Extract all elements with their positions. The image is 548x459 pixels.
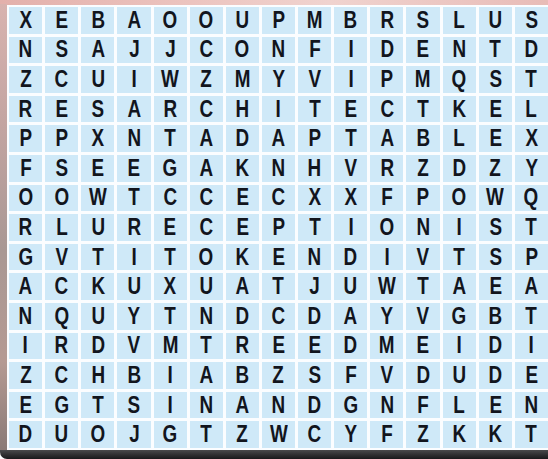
grid-cell[interactable]: E bbox=[406, 37, 439, 64]
grid-cell[interactable]: T bbox=[154, 244, 187, 271]
grid-cell[interactable]: T bbox=[81, 392, 114, 419]
cell-letter: B bbox=[236, 364, 250, 387]
cell-letter: F bbox=[417, 394, 429, 417]
grid-cell[interactable]: P bbox=[370, 66, 403, 93]
cell-letter: D bbox=[236, 127, 250, 150]
grid-cell[interactable]: E bbox=[479, 392, 512, 419]
grid-cell[interactable]: O bbox=[190, 244, 223, 271]
grid-cell[interactable]: N bbox=[190, 392, 223, 419]
grid-cell[interactable]: Z bbox=[9, 362, 42, 389]
grid-cell[interactable]: W bbox=[370, 273, 403, 300]
cell-letter: M bbox=[415, 68, 431, 91]
grid-cell[interactable]: T bbox=[117, 185, 150, 212]
grid-cell[interactable]: I bbox=[443, 214, 476, 241]
grid-cell[interactable]: I bbox=[334, 66, 367, 93]
grid-cell[interactable]: H bbox=[81, 362, 114, 389]
grid-cell[interactable]: M bbox=[154, 333, 187, 360]
grid-cell[interactable]: H bbox=[298, 155, 331, 182]
cell-letter: I bbox=[348, 216, 353, 239]
cell-letter: U bbox=[452, 364, 466, 387]
cell-letter: T bbox=[526, 216, 538, 239]
grid-cell[interactable]: H bbox=[226, 96, 259, 123]
grid-cell[interactable]: C bbox=[190, 96, 223, 123]
grid-cell[interactable]: P bbox=[262, 7, 295, 34]
grid-cell[interactable]: U bbox=[190, 273, 223, 300]
cell-letter: N bbox=[416, 216, 430, 239]
grid-cell[interactable]: M bbox=[406, 66, 439, 93]
grid-cell[interactable]: K bbox=[443, 96, 476, 123]
grid-cell[interactable]: R bbox=[9, 96, 42, 123]
grid-cell[interactable]: T bbox=[81, 244, 114, 271]
grid-cell[interactable]: U bbox=[226, 7, 259, 34]
grid-cell[interactable]: O bbox=[81, 421, 114, 448]
grid-cell[interactable]: I bbox=[117, 244, 150, 271]
grid-cell[interactable]: B bbox=[479, 303, 512, 330]
grid-cell[interactable]: D bbox=[406, 362, 439, 389]
cell-letter: T bbox=[164, 127, 176, 150]
grid-cell[interactable]: O bbox=[443, 185, 476, 212]
grid-cell[interactable]: L bbox=[45, 214, 78, 241]
cell-letter: H bbox=[308, 157, 322, 180]
grid-cell[interactable]: I bbox=[334, 37, 367, 64]
grid-cell[interactable]: T bbox=[515, 214, 548, 241]
cell-letter: G bbox=[18, 246, 33, 269]
cell-letter: E bbox=[308, 334, 321, 357]
grid-cell[interactable]: S bbox=[45, 37, 78, 64]
grid-cell[interactable]: D bbox=[515, 37, 548, 64]
grid-cell[interactable]: T bbox=[190, 421, 223, 448]
grid-cell[interactable]: O bbox=[190, 7, 223, 34]
grid-cell[interactable]: E bbox=[117, 155, 150, 182]
grid-cell[interactable]: Y bbox=[262, 66, 295, 93]
grid-cell[interactable]: E bbox=[9, 392, 42, 419]
grid-cell[interactable]: P bbox=[298, 125, 331, 152]
grid-cell[interactable]: X bbox=[9, 7, 42, 34]
grid-cell[interactable]: T bbox=[190, 333, 223, 360]
grid-cell[interactable]: N bbox=[370, 392, 403, 419]
grid-cell[interactable]: V bbox=[117, 333, 150, 360]
grid-cell[interactable]: S bbox=[117, 392, 150, 419]
cell-letter: S bbox=[128, 394, 141, 417]
grid-cell[interactable]: L bbox=[443, 392, 476, 419]
grid-cell[interactable]: C bbox=[45, 362, 78, 389]
cell-letter: Z bbox=[200, 68, 212, 91]
grid-cell[interactable]: T bbox=[479, 37, 512, 64]
grid-cell[interactable]: U bbox=[45, 421, 78, 448]
cell-letter: I bbox=[457, 334, 462, 357]
grid-cell[interactable]: F bbox=[9, 155, 42, 182]
cell-letter: C bbox=[55, 68, 69, 91]
grid-cell[interactable]: G bbox=[45, 392, 78, 419]
grid-cell[interactable]: Z bbox=[9, 66, 42, 93]
grid-cell[interactable]: U bbox=[117, 273, 150, 300]
grid-cell[interactable]: N bbox=[9, 303, 42, 330]
cell-letter: Z bbox=[417, 423, 429, 446]
grid-cell[interactable]: N bbox=[298, 244, 331, 271]
grid-cell[interactable]: X bbox=[81, 125, 114, 152]
cell-letter: S bbox=[489, 216, 502, 239]
grid-cell[interactable]: X bbox=[515, 125, 548, 152]
grid-cell[interactable]: A bbox=[226, 392, 259, 419]
cell-letter: I bbox=[131, 246, 136, 269]
grid-cell[interactable]: W bbox=[262, 421, 295, 448]
grid-cell[interactable]: F bbox=[370, 185, 403, 212]
cell-letter: N bbox=[272, 157, 286, 180]
grid-cell[interactable]: U bbox=[81, 214, 114, 241]
grid-cell[interactable]: E bbox=[479, 273, 512, 300]
cell-letter: Y bbox=[344, 423, 357, 446]
grid-cell[interactable]: T bbox=[262, 273, 295, 300]
grid-cell[interactable]: S bbox=[406, 7, 439, 34]
cell-letter: T bbox=[417, 275, 429, 298]
grid-cell[interactable]: R bbox=[226, 333, 259, 360]
cell-letter: I bbox=[348, 68, 353, 91]
grid-cell[interactable]: N bbox=[262, 37, 295, 64]
grid-cell[interactable]: I bbox=[117, 66, 150, 93]
grid-cell[interactable]: A bbox=[190, 155, 223, 182]
grid-cell[interactable]: V bbox=[370, 362, 403, 389]
grid-cell[interactable]: J bbox=[117, 37, 150, 64]
photo-edge-bottom bbox=[0, 450, 548, 459]
grid-cell[interactable]: T bbox=[298, 96, 331, 123]
grid-cell[interactable]: D bbox=[370, 37, 403, 64]
grid-cell[interactable]: E bbox=[81, 155, 114, 182]
grid-cell[interactable]: O bbox=[226, 37, 259, 64]
grid-cell[interactable]: C bbox=[262, 185, 295, 212]
grid-cell[interactable]: T bbox=[515, 66, 548, 93]
grid-cell[interactable]: D bbox=[443, 155, 476, 182]
grid-cell[interactable]: T bbox=[443, 244, 476, 271]
grid-cell[interactable]: N bbox=[262, 392, 295, 419]
grid-cell[interactable]: O bbox=[370, 214, 403, 241]
grid-cell[interactable]: V bbox=[298, 66, 331, 93]
grid-cell[interactable]: E bbox=[154, 214, 187, 241]
cell-letter: V bbox=[417, 246, 430, 269]
cell-letter: D bbox=[416, 364, 430, 387]
grid-cell[interactable]: Y bbox=[334, 421, 367, 448]
grid-cell[interactable]: K bbox=[81, 273, 114, 300]
grid-cell[interactable]: T bbox=[515, 303, 548, 330]
grid-cell[interactable]: R bbox=[9, 214, 42, 241]
grid-cell[interactable]: E bbox=[226, 214, 259, 241]
grid-cell[interactable]: R bbox=[45, 333, 78, 360]
grid-cell[interactable]: T bbox=[154, 303, 187, 330]
cell-letter: X bbox=[525, 127, 538, 150]
grid-cell[interactable]: B bbox=[406, 125, 439, 152]
grid-cell[interactable]: N bbox=[262, 155, 295, 182]
grid-cell[interactable]: D bbox=[479, 333, 512, 360]
grid-cell[interactable]: E bbox=[45, 7, 78, 34]
grid-cell[interactable]: L bbox=[443, 7, 476, 34]
grid-cell[interactable]: R bbox=[370, 7, 403, 34]
grid-cell[interactable]: L bbox=[443, 125, 476, 152]
grid-cell[interactable]: V bbox=[406, 244, 439, 271]
grid-cell[interactable]: K bbox=[479, 421, 512, 448]
grid-cell[interactable]: S bbox=[479, 244, 512, 271]
cell-letter: T bbox=[200, 334, 212, 357]
grid-cell[interactable]: D bbox=[334, 333, 367, 360]
grid-cell[interactable]: D bbox=[9, 421, 42, 448]
cell-letter: Q bbox=[54, 305, 69, 328]
cell-letter: J bbox=[309, 275, 319, 298]
grid-cell[interactable]: I bbox=[443, 333, 476, 360]
grid-cell[interactable]: J bbox=[298, 273, 331, 300]
grid-cell[interactable]: Q bbox=[443, 66, 476, 93]
cell-letter: C bbox=[199, 98, 213, 121]
grid-cell[interactable]: I bbox=[154, 392, 187, 419]
grid-cell[interactable]: K bbox=[226, 155, 259, 182]
cell-letter: G bbox=[54, 394, 69, 417]
grid-cell[interactable]: F bbox=[334, 362, 367, 389]
grid-cell[interactable]: P bbox=[406, 185, 439, 212]
grid-cell[interactable]: C bbox=[154, 185, 187, 212]
grid-cell[interactable]: Z bbox=[226, 421, 259, 448]
grid-cell[interactable]: I bbox=[515, 333, 548, 360]
grid-cell[interactable]: A bbox=[226, 273, 259, 300]
grid-cell[interactable]: E bbox=[406, 333, 439, 360]
photo-edge-left bbox=[0, 4, 7, 451]
grid-cell[interactable]: Z bbox=[262, 362, 295, 389]
cell-letter: E bbox=[489, 98, 502, 121]
cell-letter: X bbox=[92, 127, 105, 150]
grid-cell[interactable]: O bbox=[154, 7, 187, 34]
grid-cell[interactable]: A bbox=[117, 7, 150, 34]
grid-cell[interactable]: I bbox=[370, 244, 403, 271]
grid-cell[interactable]: A bbox=[81, 37, 114, 64]
grid-cell[interactable]: U bbox=[334, 273, 367, 300]
cell-letter: I bbox=[348, 38, 353, 61]
grid-cell[interactable]: A bbox=[190, 125, 223, 152]
grid-cell[interactable]: S bbox=[515, 7, 548, 34]
grid-cell[interactable]: S bbox=[298, 362, 331, 389]
grid-cell[interactable]: E bbox=[262, 333, 295, 360]
cell-letter: S bbox=[525, 9, 538, 32]
cell-letter: N bbox=[19, 38, 33, 61]
cell-letter: D bbox=[308, 394, 322, 417]
grid-cell[interactable]: V bbox=[406, 303, 439, 330]
grid-cell[interactable]: F bbox=[406, 392, 439, 419]
grid-cell[interactable]: S bbox=[81, 96, 114, 123]
grid-cell[interactable]: R bbox=[154, 96, 187, 123]
grid-cell[interactable]: E bbox=[479, 96, 512, 123]
grid-cell[interactable]: J bbox=[154, 37, 187, 64]
grid-cell[interactable]: O bbox=[45, 185, 78, 212]
grid-cell[interactable]: I bbox=[334, 214, 367, 241]
grid-cell[interactable]: A bbox=[334, 303, 367, 330]
grid-cell[interactable]: P bbox=[45, 125, 78, 152]
grid-cell[interactable]: D bbox=[298, 303, 331, 330]
grid-cell[interactable]: T bbox=[334, 125, 367, 152]
grid-cell[interactable]: I bbox=[262, 96, 295, 123]
grid-cell[interactable]: G bbox=[334, 392, 367, 419]
grid-cell[interactable]: E bbox=[45, 96, 78, 123]
cell-letter: D bbox=[308, 305, 322, 328]
grid-cell[interactable]: N bbox=[515, 392, 548, 419]
grid-cell[interactable]: B bbox=[226, 362, 259, 389]
cell-letter: T bbox=[526, 305, 538, 328]
grid-cell[interactable]: U bbox=[479, 7, 512, 34]
grid-cell[interactable]: S bbox=[45, 155, 78, 182]
grid-cell[interactable]: P bbox=[262, 214, 295, 241]
grid-cell[interactable]: E bbox=[515, 362, 548, 389]
grid-cell[interactable]: C bbox=[262, 303, 295, 330]
grid-cell[interactable]: D bbox=[81, 333, 114, 360]
grid-cell[interactable]: T bbox=[154, 125, 187, 152]
cell-letter: R bbox=[163, 98, 177, 121]
grid-cell[interactable]: P bbox=[515, 244, 548, 271]
cell-letter: L bbox=[526, 98, 538, 121]
grid-cell[interactable]: D bbox=[226, 303, 259, 330]
grid-cell[interactable]: N bbox=[117, 125, 150, 152]
grid-cell[interactable]: M bbox=[298, 7, 331, 34]
grid-cell[interactable]: E bbox=[226, 185, 259, 212]
cell-letter: R bbox=[19, 98, 33, 121]
grid-cell[interactable]: W bbox=[479, 185, 512, 212]
grid-cell[interactable]: G bbox=[443, 303, 476, 330]
cell-letter: T bbox=[526, 423, 538, 446]
grid-cell[interactable]: C bbox=[370, 96, 403, 123]
cell-letter: W bbox=[89, 186, 107, 209]
cell-letter: O bbox=[199, 246, 214, 269]
grid-cell[interactable]: Y bbox=[515, 155, 548, 182]
grid-cell[interactable]: C bbox=[45, 66, 78, 93]
cell-letter: T bbox=[92, 246, 104, 269]
cell-letter: A bbox=[272, 127, 286, 150]
grid-cell[interactable]: D bbox=[334, 244, 367, 271]
cell-letter: B bbox=[91, 9, 105, 32]
grid-cell[interactable]: A bbox=[262, 125, 295, 152]
cell-letter: Y bbox=[272, 68, 285, 91]
grid-cell[interactable]: A bbox=[190, 362, 223, 389]
cell-letter: R bbox=[127, 216, 141, 239]
grid-cell[interactable]: E bbox=[262, 244, 295, 271]
grid-cell[interactable]: D bbox=[226, 125, 259, 152]
grid-cell[interactable]: E bbox=[479, 125, 512, 152]
cell-letter: B bbox=[488, 305, 502, 328]
grid-cell[interactable]: A bbox=[370, 125, 403, 152]
grid-cell[interactable]: U bbox=[443, 362, 476, 389]
grid-cell[interactable]: B bbox=[117, 362, 150, 389]
grid-cell[interactable]: X bbox=[154, 273, 187, 300]
grid-cell[interactable]: E bbox=[298, 333, 331, 360]
cell-letter: Y bbox=[525, 157, 538, 180]
grid-cell[interactable]: W bbox=[81, 185, 114, 212]
grid-cell[interactable]: P bbox=[9, 125, 42, 152]
grid-cell[interactable]: J bbox=[117, 421, 150, 448]
cell-letter: P bbox=[381, 68, 394, 91]
grid-cell[interactable]: B bbox=[334, 7, 367, 34]
grid-cell[interactable]: W bbox=[154, 66, 187, 93]
cell-letter: P bbox=[272, 9, 285, 32]
cell-letter: N bbox=[199, 305, 213, 328]
grid-cell[interactable]: Q bbox=[515, 185, 548, 212]
cell-letter: O bbox=[199, 9, 214, 32]
grid-cell[interactable]: X bbox=[334, 185, 367, 212]
grid-cell[interactable]: Z bbox=[190, 66, 223, 93]
grid-cell[interactable]: L bbox=[515, 96, 548, 123]
grid-cell[interactable]: Z bbox=[406, 421, 439, 448]
cell-letter: C bbox=[163, 186, 177, 209]
cell-letter: P bbox=[417, 186, 430, 209]
cell-letter: U bbox=[91, 216, 105, 239]
cell-letter: K bbox=[236, 246, 250, 269]
grid-cell[interactable]: T bbox=[406, 96, 439, 123]
grid-cell[interactable]: B bbox=[81, 7, 114, 34]
cell-letter: Z bbox=[417, 157, 429, 180]
grid-cell[interactable]: N bbox=[443, 37, 476, 64]
grid-cell[interactable]: G bbox=[9, 244, 42, 271]
grid-cell[interactable]: X bbox=[298, 185, 331, 212]
grid-cell[interactable]: V bbox=[334, 155, 367, 182]
grid-cell[interactable]: F bbox=[298, 37, 331, 64]
grid-cell[interactable]: Q bbox=[45, 303, 78, 330]
cell-letter: N bbox=[199, 394, 213, 417]
grid-cell[interactable]: Z bbox=[479, 155, 512, 182]
grid-cell[interactable]: N bbox=[190, 303, 223, 330]
cell-letter: P bbox=[19, 127, 32, 150]
grid-cell[interactable]: S bbox=[479, 214, 512, 241]
cell-letter: D bbox=[525, 38, 539, 61]
cell-letter: Q bbox=[452, 68, 467, 91]
grid-cell[interactable]: I bbox=[9, 333, 42, 360]
grid-cell[interactable]: C bbox=[190, 214, 223, 241]
grid-cell[interactable]: I bbox=[154, 362, 187, 389]
grid-cell[interactable]: A bbox=[443, 273, 476, 300]
cell-letter: N bbox=[380, 394, 394, 417]
grid-cell[interactable]: Y bbox=[370, 303, 403, 330]
grid-cell[interactable]: V bbox=[45, 244, 78, 271]
grid-cell[interactable]: A bbox=[9, 273, 42, 300]
cell-letter: E bbox=[55, 9, 68, 32]
grid-cell[interactable]: T bbox=[406, 273, 439, 300]
grid-cell[interactable]: C bbox=[190, 185, 223, 212]
grid-cell[interactable]: D bbox=[298, 392, 331, 419]
grid-cell[interactable]: F bbox=[370, 421, 403, 448]
grid-cell[interactable]: D bbox=[479, 362, 512, 389]
grid-cell[interactable]: O bbox=[9, 185, 42, 212]
grid-cell[interactable]: E bbox=[334, 96, 367, 123]
cell-letter: Z bbox=[273, 364, 285, 387]
cell-letter: X bbox=[308, 186, 321, 209]
grid-cell[interactable]: N bbox=[406, 214, 439, 241]
grid-cell[interactable]: M bbox=[370, 333, 403, 360]
grid-cell[interactable]: G bbox=[154, 421, 187, 448]
grid-cell[interactable]: A bbox=[515, 273, 548, 300]
cell-letter: E bbox=[344, 98, 357, 121]
grid-cell[interactable]: C bbox=[190, 37, 223, 64]
grid-cell[interactable]: U bbox=[81, 66, 114, 93]
grid-cell[interactable]: R bbox=[370, 155, 403, 182]
grid-cell[interactable]: C bbox=[45, 273, 78, 300]
cell-letter: S bbox=[55, 157, 68, 180]
grid-cell[interactable]: K bbox=[443, 421, 476, 448]
grid-cell[interactable]: T bbox=[298, 214, 331, 241]
grid-cell[interactable]: U bbox=[81, 303, 114, 330]
grid-cell[interactable]: S bbox=[479, 66, 512, 93]
grid-cell[interactable]: G bbox=[154, 155, 187, 182]
grid-cell[interactable]: Y bbox=[117, 303, 150, 330]
cell-letter: T bbox=[417, 98, 429, 121]
grid-cell[interactable]: N bbox=[9, 37, 42, 64]
grid-cell[interactable]: M bbox=[226, 66, 259, 93]
grid-cell[interactable]: Z bbox=[406, 155, 439, 182]
grid-cell[interactable]: K bbox=[226, 244, 259, 271]
grid-cell[interactable]: T bbox=[515, 421, 548, 448]
grid-cell[interactable]: R bbox=[117, 214, 150, 241]
grid-cell[interactable]: C bbox=[298, 421, 331, 448]
grid-cell[interactable]: A bbox=[117, 96, 150, 123]
cell-letter: I bbox=[167, 394, 172, 417]
